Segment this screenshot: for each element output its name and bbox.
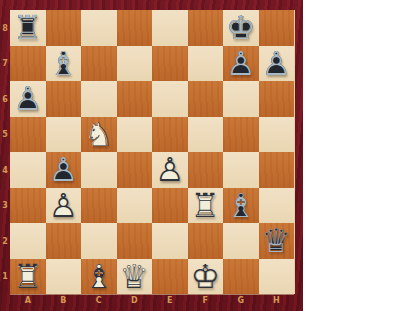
- square-c2[interactable]: [81, 223, 117, 259]
- square-g7[interactable]: ♟♙: [223, 46, 259, 82]
- square-c6[interactable]: [81, 81, 117, 117]
- square-a3[interactable]: [10, 188, 46, 224]
- square-c3[interactable]: [81, 188, 117, 224]
- square-h8[interactable]: [259, 10, 295, 46]
- piece-glyph-outline: ♙: [152, 152, 188, 188]
- square-a8[interactable]: ♜♖: [10, 10, 46, 46]
- square-e2[interactable]: [152, 223, 188, 259]
- square-h3[interactable]: [259, 188, 295, 224]
- square-f1[interactable]: ♚♔: [188, 259, 224, 295]
- square-g5[interactable]: [223, 117, 259, 153]
- piece-glyph-outline: ♖: [10, 259, 46, 295]
- square-f7[interactable]: [188, 46, 224, 82]
- square-h7[interactable]: ♟♙: [259, 46, 295, 82]
- square-a1[interactable]: ♜♖: [10, 259, 46, 295]
- square-g2[interactable]: [223, 223, 259, 259]
- square-f5[interactable]: [188, 117, 224, 153]
- rank-label-7: 7: [0, 59, 10, 68]
- piece-glyph-outline: ♙: [10, 81, 46, 117]
- square-g8[interactable]: ♚♔: [223, 10, 259, 46]
- square-f4[interactable]: [188, 152, 224, 188]
- square-e7[interactable]: [152, 46, 188, 82]
- piece-glyph-outline: ♙: [259, 46, 295, 82]
- piece-white-rook[interactable]: ♜♖: [188, 188, 224, 224]
- piece-glyph-outline: ♔: [188, 259, 224, 295]
- file-label-a: A: [10, 296, 46, 305]
- square-h5[interactable]: [259, 117, 295, 153]
- piece-black-pawn[interactable]: ♟♙: [259, 46, 295, 82]
- square-h1[interactable]: [259, 259, 295, 295]
- square-e4[interactable]: ♟♙: [152, 152, 188, 188]
- square-d8[interactable]: [117, 10, 153, 46]
- piece-glyph-outline: ♖: [10, 10, 46, 46]
- file-label-e: E: [152, 296, 188, 305]
- piece-glyph-outline: ♙: [46, 152, 82, 188]
- square-a7[interactable]: [10, 46, 46, 82]
- square-d2[interactable]: [117, 223, 153, 259]
- piece-white-bishop[interactable]: ♝♗: [81, 259, 117, 295]
- piece-black-pawn[interactable]: ♟♙: [10, 81, 46, 117]
- piece-white-pawn[interactable]: ♟♙: [152, 152, 188, 188]
- square-b8[interactable]: [46, 10, 82, 46]
- square-e6[interactable]: [152, 81, 188, 117]
- square-h2[interactable]: ♛♕: [259, 223, 295, 259]
- piece-white-rook[interactable]: ♜♖: [10, 259, 46, 295]
- piece-glyph-outline: ♕: [259, 223, 295, 259]
- square-e3[interactable]: [152, 188, 188, 224]
- square-e5[interactable]: [152, 117, 188, 153]
- square-f3[interactable]: ♜♖: [188, 188, 224, 224]
- square-b2[interactable]: [46, 223, 82, 259]
- piece-black-king[interactable]: ♚♔: [223, 10, 259, 46]
- piece-glyph-outline: ♗: [46, 46, 82, 82]
- square-c4[interactable]: [81, 152, 117, 188]
- square-b5[interactable]: [46, 117, 82, 153]
- piece-glyph-outline: ♘: [81, 117, 117, 153]
- square-d6[interactable]: [117, 81, 153, 117]
- file-label-g: G: [223, 296, 259, 305]
- square-b7[interactable]: ♝♗: [46, 46, 82, 82]
- square-e8[interactable]: [152, 10, 188, 46]
- square-c1[interactable]: ♝♗: [81, 259, 117, 295]
- piece-black-rook[interactable]: ♜♖: [10, 10, 46, 46]
- square-g1[interactable]: [223, 259, 259, 295]
- file-label-f: F: [188, 296, 224, 305]
- piece-black-bishop[interactable]: ♝♗: [46, 46, 82, 82]
- file-label-d: D: [117, 296, 153, 305]
- square-a4[interactable]: [10, 152, 46, 188]
- square-c5[interactable]: ♞♘: [81, 117, 117, 153]
- piece-glyph-outline: ♕: [117, 259, 153, 295]
- square-e1[interactable]: [152, 259, 188, 295]
- square-f6[interactable]: [188, 81, 224, 117]
- file-label-b: B: [46, 296, 82, 305]
- piece-glyph-outline: ♔: [223, 10, 259, 46]
- square-a6[interactable]: ♟♙: [10, 81, 46, 117]
- rank-label-6: 6: [0, 94, 10, 103]
- piece-black-pawn[interactable]: ♟♙: [223, 46, 259, 82]
- piece-black-queen[interactable]: ♛♕: [259, 223, 295, 259]
- square-b1[interactable]: [46, 259, 82, 295]
- square-d4[interactable]: [117, 152, 153, 188]
- square-f2[interactable]: [188, 223, 224, 259]
- piece-black-bishop[interactable]: ♝♗: [223, 188, 259, 224]
- chess-board-frame: ♜♖♚♔♝♗♟♙♟♙♟♙♞♘♟♙♟♙♟♙♜♖♝♗♛♕♜♖♝♗♛♕♚♔ 87654…: [0, 0, 303, 311]
- square-h6[interactable]: [259, 81, 295, 117]
- file-label-h: H: [259, 296, 295, 305]
- rank-label-3: 3: [0, 201, 10, 210]
- piece-glyph-outline: ♗: [81, 259, 117, 295]
- piece-black-pawn[interactable]: ♟♙: [46, 152, 82, 188]
- square-g3[interactable]: ♝♗: [223, 188, 259, 224]
- square-g4[interactable]: [223, 152, 259, 188]
- square-d1[interactable]: ♛♕: [117, 259, 153, 295]
- square-a5[interactable]: [10, 117, 46, 153]
- square-c8[interactable]: [81, 10, 117, 46]
- square-b3[interactable]: ♟♙: [46, 188, 82, 224]
- piece-white-pawn[interactable]: ♟♙: [46, 188, 82, 224]
- square-d3[interactable]: [117, 188, 153, 224]
- square-g6[interactable]: [223, 81, 259, 117]
- square-b4[interactable]: ♟♙: [46, 152, 82, 188]
- piece-glyph-outline: ♙: [223, 46, 259, 82]
- rank-label-2: 2: [0, 236, 10, 245]
- rank-label-4: 4: [0, 165, 10, 174]
- piece-glyph-outline: ♖: [188, 188, 224, 224]
- square-c7[interactable]: [81, 46, 117, 82]
- rank-label-5: 5: [0, 130, 10, 139]
- file-label-c: C: [81, 296, 117, 305]
- square-f8[interactable]: [188, 10, 224, 46]
- rank-label-8: 8: [0, 23, 10, 32]
- square-d7[interactable]: [117, 46, 153, 82]
- square-a2[interactable]: [10, 223, 46, 259]
- square-b6[interactable]: [46, 81, 82, 117]
- piece-white-knight[interactable]: ♞♘: [81, 117, 117, 153]
- chess-board: ♜♖♚♔♝♗♟♙♟♙♟♙♞♘♟♙♟♙♟♙♜♖♝♗♛♕♜♖♝♗♛♕♚♔: [10, 10, 294, 294]
- piece-glyph-outline: ♙: [46, 188, 82, 224]
- piece-glyph-outline: ♗: [223, 188, 259, 224]
- piece-white-king[interactable]: ♚♔: [188, 259, 224, 295]
- rank-label-1: 1: [0, 272, 10, 281]
- square-d5[interactable]: [117, 117, 153, 153]
- piece-white-queen[interactable]: ♛♕: [117, 259, 153, 295]
- square-h4[interactable]: [259, 152, 295, 188]
